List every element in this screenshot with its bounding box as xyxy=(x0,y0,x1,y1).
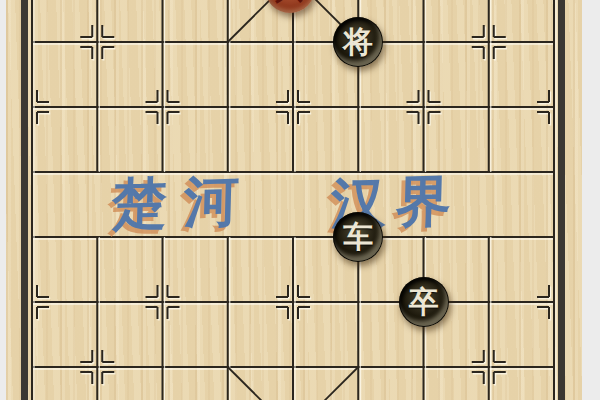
piece-black-general[interactable]: 将 xyxy=(333,17,383,67)
xiangqi-board[interactable]: 楚河 汉界 兵将车卒 xyxy=(0,0,600,400)
xiangqi-app-window: 楚河 汉界 兵将车卒 xyxy=(0,0,600,400)
piece-glyph-black-general: 将 xyxy=(343,17,373,67)
piece-glyph-red-soldier-partial: 兵 xyxy=(275,0,305,13)
piece-black-chariot[interactable]: 车 xyxy=(333,212,383,262)
piece-glyph-black-chariot: 车 xyxy=(343,212,373,262)
board-grid-svg xyxy=(0,0,600,400)
river-label-chu-he: 楚河 xyxy=(111,170,257,234)
grid-lines xyxy=(32,0,556,400)
piece-glyph-black-soldier: 卒 xyxy=(409,277,439,327)
piece-black-soldier[interactable]: 卒 xyxy=(399,277,449,327)
